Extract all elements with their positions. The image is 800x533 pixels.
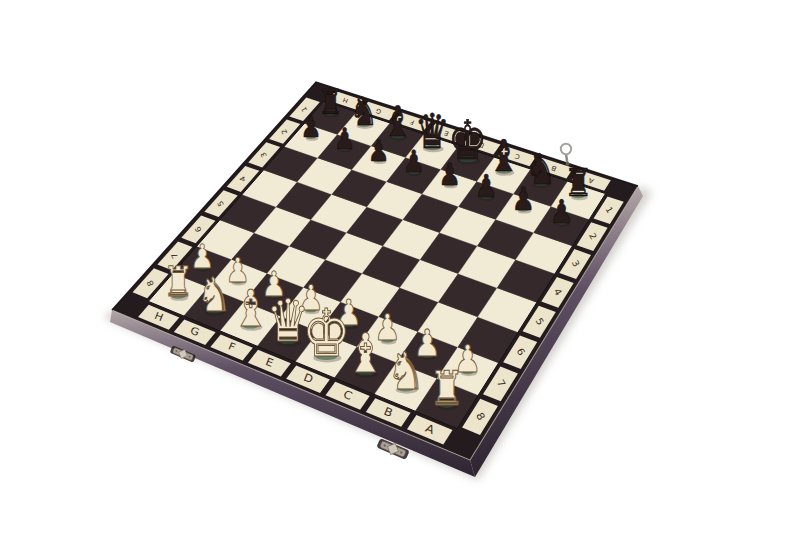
piece-black-pawn-f2[interactable]: ♟ <box>368 133 390 167</box>
piece-white-king-d8[interactable]: ♚ <box>302 295 350 372</box>
chess-set-photo: HHGGFFEEDDCCBBAA8877665544332211♜♞♝♟♛♟♚♟… <box>0 0 800 533</box>
piece-white-bishop-c8[interactable]: ♝ <box>346 322 386 385</box>
piece-black-pawn-b2[interactable]: ♟ <box>512 180 536 217</box>
piece-white-rook-h8[interactable]: ♜ <box>163 258 194 306</box>
svg-text:♞: ♞ <box>197 267 232 322</box>
piece-black-pawn-a2[interactable]: ♟ <box>549 192 573 230</box>
svg-text:♟: ♟ <box>300 110 321 144</box>
piece-black-pawn-e2[interactable]: ♟ <box>403 144 425 180</box>
svg-text:♜: ♜ <box>163 258 194 306</box>
piece-black-pawn-g2[interactable]: ♟ <box>334 121 356 155</box>
piece-black-pawn-h2[interactable]: ♟ <box>300 110 321 144</box>
svg-text:♜: ♜ <box>318 82 343 121</box>
piece-black-pawn-c2[interactable]: ♟ <box>474 168 497 205</box>
board-scene: HHGGFFEEDDCCBBAA8877665544332211♜♞♝♟♛♟♚♟… <box>0 0 800 533</box>
svg-text:♚: ♚ <box>302 295 350 372</box>
piece-black-rook-h1[interactable]: ♜ <box>318 82 343 121</box>
svg-text:♝: ♝ <box>346 322 386 385</box>
piece-white-bishop-f8[interactable]: ♝ <box>232 279 269 338</box>
svg-text:♟: ♟ <box>438 156 461 192</box>
svg-text:♟: ♟ <box>549 192 573 230</box>
piece-white-knight-b8[interactable]: ♞ <box>387 340 425 400</box>
svg-text:♟: ♟ <box>368 133 390 167</box>
svg-text:♞: ♞ <box>387 340 425 400</box>
svg-text:♟: ♟ <box>512 180 536 217</box>
svg-text:♜: ♜ <box>429 361 464 416</box>
svg-text:♟: ♟ <box>403 144 425 180</box>
piece-black-pawn-d2[interactable]: ♟ <box>438 156 461 192</box>
piece-white-knight-g8[interactable]: ♞ <box>197 267 232 322</box>
svg-text:♟: ♟ <box>474 168 497 205</box>
svg-text:♟: ♟ <box>334 121 356 155</box>
svg-text:♝: ♝ <box>232 279 269 338</box>
piece-white-rook-a8[interactable]: ♜ <box>429 361 464 416</box>
